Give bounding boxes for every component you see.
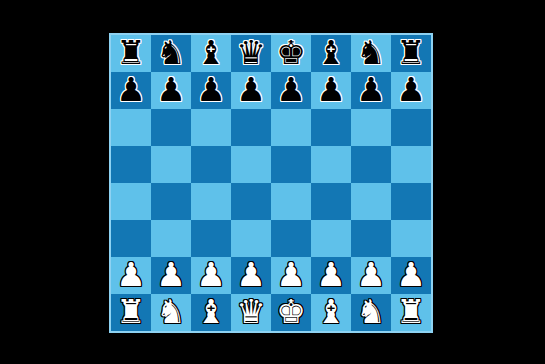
piece-black-rook[interactable]: ♜ — [396, 36, 426, 69]
square-e3[interactable] — [271, 220, 311, 257]
square-b4[interactable] — [151, 183, 191, 220]
piece-black-rook[interactable]: ♜ — [116, 36, 146, 69]
piece-white-pawn[interactable]: ♟ — [316, 258, 346, 291]
app-background: ♜♞♝♛♚♝♞♜♟♟♟♟♟♟♟♟♟♟♟♟♟♟♟♟♜♞♝♛♚♝♞♜ — [0, 0, 545, 364]
square-c7[interactable]: ♟ — [191, 72, 231, 109]
square-d8[interactable]: ♛ — [231, 35, 271, 72]
piece-white-pawn[interactable]: ♟ — [156, 258, 186, 291]
piece-black-pawn[interactable]: ♟ — [156, 73, 186, 106]
square-g6[interactable] — [351, 109, 391, 146]
piece-white-pawn[interactable]: ♟ — [396, 258, 426, 291]
square-e4[interactable] — [271, 183, 311, 220]
square-d3[interactable] — [231, 220, 271, 257]
square-a7[interactable]: ♟ — [111, 72, 151, 109]
square-h6[interactable] — [391, 109, 431, 146]
square-e6[interactable] — [271, 109, 311, 146]
square-d5[interactable] — [231, 146, 271, 183]
square-f1[interactable]: ♝ — [311, 294, 351, 331]
square-d1[interactable]: ♛ — [231, 294, 271, 331]
square-g7[interactable]: ♟ — [351, 72, 391, 109]
piece-white-bishop[interactable]: ♝ — [196, 295, 226, 328]
square-d4[interactable] — [231, 183, 271, 220]
square-f4[interactable] — [311, 183, 351, 220]
square-f6[interactable] — [311, 109, 351, 146]
square-c3[interactable] — [191, 220, 231, 257]
square-c8[interactable]: ♝ — [191, 35, 231, 72]
square-d6[interactable] — [231, 109, 271, 146]
square-h8[interactable]: ♜ — [391, 35, 431, 72]
piece-black-pawn[interactable]: ♟ — [356, 73, 386, 106]
piece-white-pawn[interactable]: ♟ — [236, 258, 266, 291]
piece-black-bishop[interactable]: ♝ — [196, 36, 226, 69]
square-g4[interactable] — [351, 183, 391, 220]
square-c5[interactable] — [191, 146, 231, 183]
piece-white-king[interactable]: ♚ — [276, 295, 306, 328]
square-h1[interactable]: ♜ — [391, 294, 431, 331]
piece-black-queen[interactable]: ♛ — [236, 36, 266, 69]
square-e2[interactable]: ♟ — [271, 257, 311, 294]
piece-black-pawn[interactable]: ♟ — [236, 73, 266, 106]
square-c2[interactable]: ♟ — [191, 257, 231, 294]
piece-black-pawn[interactable]: ♟ — [316, 73, 346, 106]
piece-black-bishop[interactable]: ♝ — [316, 36, 346, 69]
square-h7[interactable]: ♟ — [391, 72, 431, 109]
square-b7[interactable]: ♟ — [151, 72, 191, 109]
piece-white-pawn[interactable]: ♟ — [116, 258, 146, 291]
square-c1[interactable]: ♝ — [191, 294, 231, 331]
square-b3[interactable] — [151, 220, 191, 257]
piece-white-queen[interactable]: ♛ — [236, 295, 266, 328]
square-a6[interactable] — [111, 109, 151, 146]
chess-board: ♜♞♝♛♚♝♞♜♟♟♟♟♟♟♟♟♟♟♟♟♟♟♟♟♜♞♝♛♚♝♞♜ — [109, 33, 433, 333]
square-f8[interactable]: ♝ — [311, 35, 351, 72]
square-e7[interactable]: ♟ — [271, 72, 311, 109]
piece-white-pawn[interactable]: ♟ — [356, 258, 386, 291]
square-b1[interactable]: ♞ — [151, 294, 191, 331]
square-b8[interactable]: ♞ — [151, 35, 191, 72]
square-h3[interactable] — [391, 220, 431, 257]
piece-white-rook[interactable]: ♜ — [116, 295, 146, 328]
square-c6[interactable] — [191, 109, 231, 146]
piece-white-pawn[interactable]: ♟ — [196, 258, 226, 291]
square-f5[interactable] — [311, 146, 351, 183]
square-g2[interactable]: ♟ — [351, 257, 391, 294]
square-e1[interactable]: ♚ — [271, 294, 311, 331]
square-h4[interactable] — [391, 183, 431, 220]
square-h2[interactable]: ♟ — [391, 257, 431, 294]
square-d2[interactable]: ♟ — [231, 257, 271, 294]
square-g8[interactable]: ♞ — [351, 35, 391, 72]
square-f2[interactable]: ♟ — [311, 257, 351, 294]
piece-white-pawn[interactable]: ♟ — [276, 258, 306, 291]
piece-black-knight[interactable]: ♞ — [156, 36, 186, 69]
piece-black-pawn[interactable]: ♟ — [276, 73, 306, 106]
piece-white-bishop[interactable]: ♝ — [316, 295, 346, 328]
square-a2[interactable]: ♟ — [111, 257, 151, 294]
square-e8[interactable]: ♚ — [271, 35, 311, 72]
square-a3[interactable] — [111, 220, 151, 257]
square-f3[interactable] — [311, 220, 351, 257]
square-g3[interactable] — [351, 220, 391, 257]
square-a5[interactable] — [111, 146, 151, 183]
piece-black-knight[interactable]: ♞ — [356, 36, 386, 69]
piece-black-pawn[interactable]: ♟ — [116, 73, 146, 106]
piece-white-rook[interactable]: ♜ — [396, 295, 426, 328]
square-c4[interactable] — [191, 183, 231, 220]
square-b5[interactable] — [151, 146, 191, 183]
square-d7[interactable]: ♟ — [231, 72, 271, 109]
piece-black-pawn[interactable]: ♟ — [196, 73, 226, 106]
square-b6[interactable] — [151, 109, 191, 146]
square-g1[interactable]: ♞ — [351, 294, 391, 331]
square-e5[interactable] — [271, 146, 311, 183]
square-f7[interactable]: ♟ — [311, 72, 351, 109]
square-a4[interactable] — [111, 183, 151, 220]
square-a8[interactable]: ♜ — [111, 35, 151, 72]
piece-white-knight[interactable]: ♞ — [156, 295, 186, 328]
piece-white-knight[interactable]: ♞ — [356, 295, 386, 328]
square-b2[interactable]: ♟ — [151, 257, 191, 294]
square-a1[interactable]: ♜ — [111, 294, 151, 331]
square-h5[interactable] — [391, 146, 431, 183]
piece-black-king[interactable]: ♚ — [276, 36, 306, 69]
piece-black-pawn[interactable]: ♟ — [396, 73, 426, 106]
square-g5[interactable] — [351, 146, 391, 183]
